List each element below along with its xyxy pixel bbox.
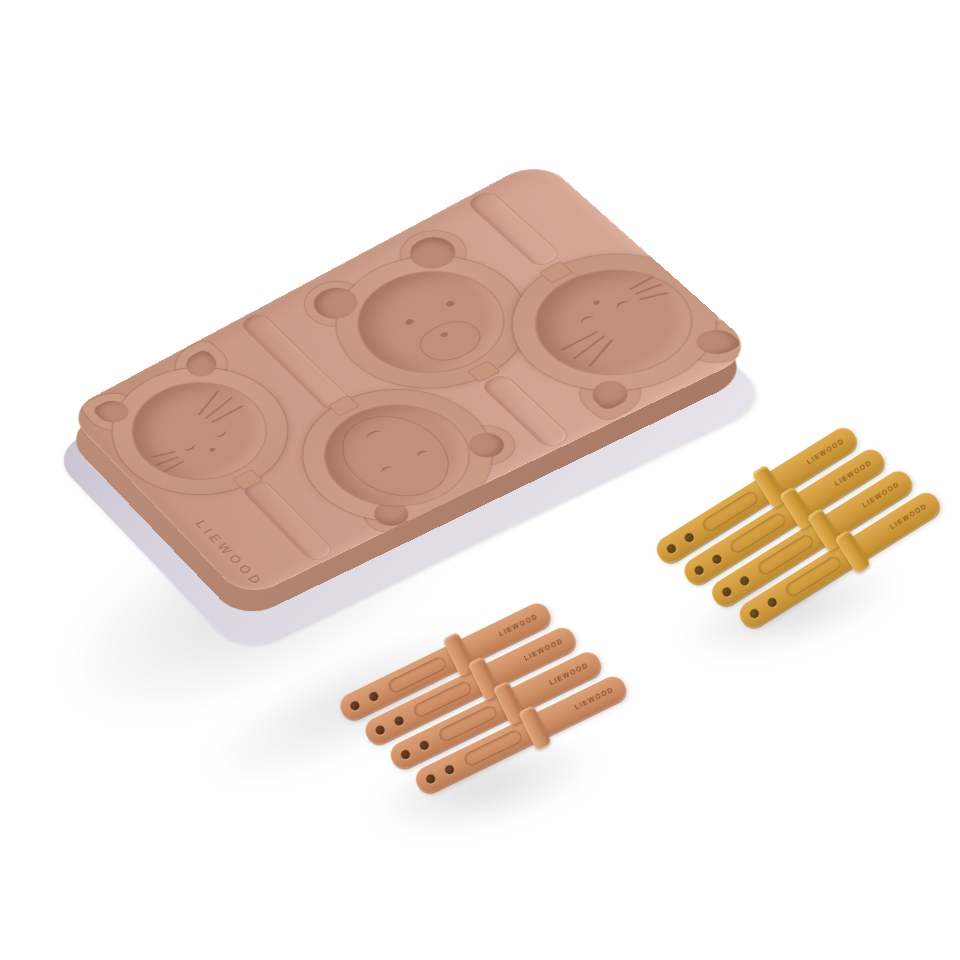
cat-eye [614, 299, 633, 311]
stick-drip-guard [779, 486, 816, 531]
stick-hole [710, 553, 722, 565]
stick-hole [374, 724, 386, 736]
cavity-recess [108, 364, 293, 498]
product-photo-scene: LIEWOOD LIEWOOD LIEWOOD LIEWOOD LIEWOOD [0, 0, 960, 960]
stick-hole [738, 574, 750, 586]
stick-hole [349, 699, 361, 711]
stick-hole [399, 748, 411, 760]
stick-hole [393, 715, 405, 727]
stick-drip-guard [518, 705, 552, 750]
cat-eye [211, 428, 227, 439]
stick-hole [418, 739, 430, 751]
cat-nose [208, 447, 216, 452]
stick-hole [693, 564, 705, 576]
stick-hole [443, 763, 455, 775]
stick-hole [424, 773, 436, 785]
stick-hole [720, 585, 732, 597]
stick-drip-guard [751, 465, 788, 510]
stick-hole [665, 542, 677, 554]
stick-hole [683, 531, 695, 543]
stick-hole [748, 607, 760, 619]
mouse-eye [404, 318, 415, 326]
stick-drip-guard [807, 508, 844, 553]
mouse-eye [444, 300, 455, 308]
cat-eye [181, 441, 197, 452]
cat-eye [579, 314, 598, 326]
stick-hole [368, 690, 380, 702]
stick-drip-guard [834, 529, 871, 574]
cat-nose [592, 300, 601, 306]
stick-hole [766, 596, 778, 608]
